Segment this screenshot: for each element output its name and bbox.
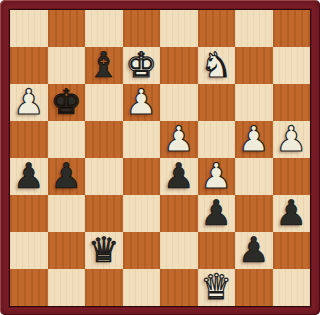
square-a4[interactable]: ♟ xyxy=(10,158,48,195)
square-e6[interactable] xyxy=(160,84,198,121)
square-c8[interactable] xyxy=(85,10,123,47)
black-pawn-e4[interactable]: ♟ xyxy=(163,159,194,194)
white-pawn-d6[interactable]: ♟ xyxy=(126,85,157,120)
square-c1[interactable] xyxy=(85,269,123,306)
square-b2[interactable] xyxy=(48,232,86,269)
chess-board: ♝♚♞♟♚♟♟♟♟♟♟♟♟♟♟♛♟♛ xyxy=(10,10,310,306)
square-e7[interactable] xyxy=(160,47,198,84)
square-g4[interactable] xyxy=(235,158,273,195)
chess-board-frame: ♝♚♞♟♚♟♟♟♟♟♟♟♟♟♟♛♟♛ xyxy=(0,0,320,315)
square-a6[interactable]: ♟ xyxy=(10,84,48,121)
black-pawn-f3[interactable]: ♟ xyxy=(201,196,232,231)
square-b5[interactable] xyxy=(48,121,86,158)
black-king-b6[interactable]: ♚ xyxy=(51,85,82,120)
black-bishop-c7[interactable]: ♝ xyxy=(88,48,119,83)
square-g3[interactable] xyxy=(235,195,273,232)
white-pawn-f4[interactable]: ♟ xyxy=(201,159,232,194)
square-h3[interactable]: ♟ xyxy=(273,195,311,232)
square-a1[interactable] xyxy=(10,269,48,306)
square-b6[interactable]: ♚ xyxy=(48,84,86,121)
square-a7[interactable] xyxy=(10,47,48,84)
square-e4[interactable]: ♟ xyxy=(160,158,198,195)
square-c6[interactable] xyxy=(85,84,123,121)
square-a2[interactable] xyxy=(10,232,48,269)
square-c7[interactable]: ♝ xyxy=(85,47,123,84)
square-b8[interactable] xyxy=(48,10,86,47)
square-d8[interactable] xyxy=(123,10,161,47)
square-h6[interactable] xyxy=(273,84,311,121)
square-d7[interactable]: ♚ xyxy=(123,47,161,84)
black-pawn-a4[interactable]: ♟ xyxy=(13,159,44,194)
black-pawn-h3[interactable]: ♟ xyxy=(276,196,307,231)
square-h7[interactable] xyxy=(273,47,311,84)
square-c5[interactable] xyxy=(85,121,123,158)
white-knight-f7[interactable]: ♞ xyxy=(201,48,232,83)
square-f1[interactable]: ♛ xyxy=(198,269,236,306)
square-b1[interactable] xyxy=(48,269,86,306)
square-f8[interactable] xyxy=(198,10,236,47)
square-f3[interactable]: ♟ xyxy=(198,195,236,232)
square-f7[interactable]: ♞ xyxy=(198,47,236,84)
square-c4[interactable] xyxy=(85,158,123,195)
square-g6[interactable] xyxy=(235,84,273,121)
square-a8[interactable] xyxy=(10,10,48,47)
square-c3[interactable] xyxy=(85,195,123,232)
square-b7[interactable] xyxy=(48,47,86,84)
square-c2[interactable]: ♛ xyxy=(85,232,123,269)
square-h8[interactable] xyxy=(273,10,311,47)
white-king-d7[interactable]: ♚ xyxy=(126,48,157,83)
square-h2[interactable] xyxy=(273,232,311,269)
square-h5[interactable]: ♟ xyxy=(273,121,311,158)
square-e1[interactable] xyxy=(160,269,198,306)
square-h1[interactable] xyxy=(273,269,311,306)
square-h4[interactable] xyxy=(273,158,311,195)
square-g7[interactable] xyxy=(235,47,273,84)
square-b4[interactable]: ♟ xyxy=(48,158,86,195)
square-f6[interactable] xyxy=(198,84,236,121)
white-pawn-a6[interactable]: ♟ xyxy=(13,85,44,120)
square-e5[interactable]: ♟ xyxy=(160,121,198,158)
square-b3[interactable] xyxy=(48,195,86,232)
square-g5[interactable]: ♟ xyxy=(235,121,273,158)
black-pawn-g2[interactable]: ♟ xyxy=(238,233,269,268)
square-d2[interactable] xyxy=(123,232,161,269)
square-d4[interactable] xyxy=(123,158,161,195)
square-d6[interactable]: ♟ xyxy=(123,84,161,121)
square-e2[interactable] xyxy=(160,232,198,269)
square-e3[interactable] xyxy=(160,195,198,232)
square-f4[interactable]: ♟ xyxy=(198,158,236,195)
square-f2[interactable] xyxy=(198,232,236,269)
black-pawn-b4[interactable]: ♟ xyxy=(51,159,82,194)
square-d5[interactable] xyxy=(123,121,161,158)
square-f5[interactable] xyxy=(198,121,236,158)
square-g2[interactable]: ♟ xyxy=(235,232,273,269)
square-d3[interactable] xyxy=(123,195,161,232)
white-pawn-h5[interactable]: ♟ xyxy=(276,122,307,157)
square-g8[interactable] xyxy=(235,10,273,47)
square-d1[interactable] xyxy=(123,269,161,306)
black-queen-c2[interactable]: ♛ xyxy=(88,233,119,268)
square-a3[interactable] xyxy=(10,195,48,232)
square-g1[interactable] xyxy=(235,269,273,306)
square-e8[interactable] xyxy=(160,10,198,47)
white-pawn-g5[interactable]: ♟ xyxy=(238,122,269,157)
white-pawn-e5[interactable]: ♟ xyxy=(163,122,194,157)
white-queen-f1[interactable]: ♛ xyxy=(201,270,232,305)
square-a5[interactable] xyxy=(10,121,48,158)
